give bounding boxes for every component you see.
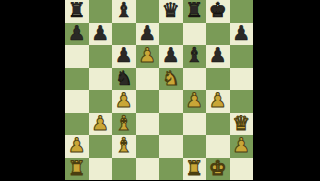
- square-c3[interactable]: ♝: [112, 113, 136, 136]
- square-e8[interactable]: ♛: [159, 0, 183, 23]
- square-h5[interactable]: [230, 68, 254, 91]
- square-a5[interactable]: [65, 68, 89, 91]
- square-g5[interactable]: [206, 68, 230, 91]
- square-c7[interactable]: [112, 23, 136, 46]
- piece-black-bishop[interactable]: ♝: [115, 0, 133, 20]
- square-g2[interactable]: [206, 135, 230, 158]
- square-g4[interactable]: ♟: [206, 90, 230, 113]
- square-a1[interactable]: ♜: [65, 158, 89, 181]
- square-c6[interactable]: ♟: [112, 45, 136, 68]
- square-d5[interactable]: [136, 68, 160, 91]
- square-f2[interactable]: [183, 135, 207, 158]
- piece-white-rook[interactable]: ♜: [68, 158, 86, 178]
- square-e3[interactable]: [159, 113, 183, 136]
- square-h8[interactable]: [230, 0, 254, 23]
- letterbox-left: [0, 0, 65, 180]
- piece-white-bishop[interactable]: ♝: [115, 135, 133, 155]
- square-b4[interactable]: [89, 90, 113, 113]
- square-e1[interactable]: [159, 158, 183, 181]
- square-a3[interactable]: [65, 113, 89, 136]
- square-d8[interactable]: [136, 0, 160, 23]
- piece-black-bishop[interactable]: ♝: [185, 45, 203, 65]
- piece-white-king[interactable]: ♚: [209, 158, 227, 178]
- piece-white-pawn[interactable]: ♟: [209, 90, 227, 110]
- square-d4[interactable]: [136, 90, 160, 113]
- square-d1[interactable]: [136, 158, 160, 181]
- square-c4[interactable]: ♟: [112, 90, 136, 113]
- square-f5[interactable]: [183, 68, 207, 91]
- piece-white-pawn[interactable]: ♟: [91, 113, 109, 133]
- square-e6[interactable]: ♟: [159, 45, 183, 68]
- square-b6[interactable]: [89, 45, 113, 68]
- piece-white-pawn[interactable]: ♟: [115, 90, 133, 110]
- square-b1[interactable]: [89, 158, 113, 181]
- piece-white-rook[interactable]: ♜: [185, 158, 203, 178]
- square-d7[interactable]: ♟: [136, 23, 160, 46]
- square-a6[interactable]: [65, 45, 89, 68]
- piece-black-pawn[interactable]: ♟: [162, 45, 180, 65]
- square-c8[interactable]: ♝: [112, 0, 136, 23]
- square-d2[interactable]: [136, 135, 160, 158]
- piece-black-pawn[interactable]: ♟: [115, 45, 133, 65]
- square-h2[interactable]: ♟: [230, 135, 254, 158]
- square-f6[interactable]: ♝: [183, 45, 207, 68]
- piece-black-pawn[interactable]: ♟: [232, 23, 250, 43]
- piece-black-pawn[interactable]: ♟: [138, 23, 156, 43]
- square-h4[interactable]: [230, 90, 254, 113]
- letterbox-right: [253, 0, 320, 180]
- square-a2[interactable]: ♟: [65, 135, 89, 158]
- piece-white-queen[interactable]: ♛: [232, 113, 250, 133]
- piece-black-pawn[interactable]: ♟: [91, 23, 109, 43]
- square-e5[interactable]: ♞: [159, 68, 183, 91]
- square-c1[interactable]: [112, 158, 136, 181]
- piece-black-rook[interactable]: ♜: [68, 0, 86, 20]
- square-h6[interactable]: [230, 45, 254, 68]
- square-b8[interactable]: [89, 0, 113, 23]
- square-h3[interactable]: ♛: [230, 113, 254, 136]
- square-h7[interactable]: ♟: [230, 23, 254, 46]
- square-g6[interactable]: ♟: [206, 45, 230, 68]
- piece-white-pawn[interactable]: ♟: [232, 135, 250, 155]
- square-b2[interactable]: [89, 135, 113, 158]
- square-g3[interactable]: [206, 113, 230, 136]
- square-e2[interactable]: [159, 135, 183, 158]
- square-b7[interactable]: ♟: [89, 23, 113, 46]
- piece-white-pawn[interactable]: ♟: [185, 90, 203, 110]
- square-a7[interactable]: ♟: [65, 23, 89, 46]
- video-frame: ♜♝♛♜♚♟♟♟♟♟♟♟♝♟♞♞♟♟♟♟♝♛♟♝♟♜♜♚: [0, 0, 320, 180]
- square-g7[interactable]: [206, 23, 230, 46]
- piece-black-knight[interactable]: ♞: [115, 68, 133, 88]
- piece-black-queen[interactable]: ♛: [162, 0, 180, 20]
- square-d6[interactable]: ♟: [136, 45, 160, 68]
- piece-white-knight[interactable]: ♞: [162, 68, 180, 88]
- square-a8[interactable]: ♜: [65, 0, 89, 23]
- piece-black-rook[interactable]: ♜: [185, 0, 203, 20]
- square-f4[interactable]: ♟: [183, 90, 207, 113]
- square-h1[interactable]: [230, 158, 254, 181]
- piece-black-king[interactable]: ♚: [209, 0, 227, 20]
- chess-board[interactable]: ♜♝♛♜♚♟♟♟♟♟♟♟♝♟♞♞♟♟♟♟♝♛♟♝♟♜♜♚: [65, 0, 253, 180]
- square-a4[interactable]: [65, 90, 89, 113]
- square-b3[interactable]: ♟: [89, 113, 113, 136]
- piece-white-pawn[interactable]: ♟: [138, 45, 156, 65]
- square-e4[interactable]: [159, 90, 183, 113]
- square-c2[interactable]: ♝: [112, 135, 136, 158]
- square-f3[interactable]: [183, 113, 207, 136]
- square-d3[interactable]: [136, 113, 160, 136]
- square-c5[interactable]: ♞: [112, 68, 136, 91]
- square-f7[interactable]: [183, 23, 207, 46]
- square-g8[interactable]: ♚: [206, 0, 230, 23]
- square-e7[interactable]: [159, 23, 183, 46]
- square-b5[interactable]: [89, 68, 113, 91]
- piece-white-bishop[interactable]: ♝: [115, 113, 133, 133]
- piece-white-pawn[interactable]: ♟: [68, 135, 86, 155]
- piece-black-pawn[interactable]: ♟: [68, 23, 86, 43]
- piece-black-pawn[interactable]: ♟: [209, 45, 227, 65]
- square-f1[interactable]: ♜: [183, 158, 207, 181]
- square-g1[interactable]: ♚: [206, 158, 230, 181]
- square-f8[interactable]: ♜: [183, 0, 207, 23]
